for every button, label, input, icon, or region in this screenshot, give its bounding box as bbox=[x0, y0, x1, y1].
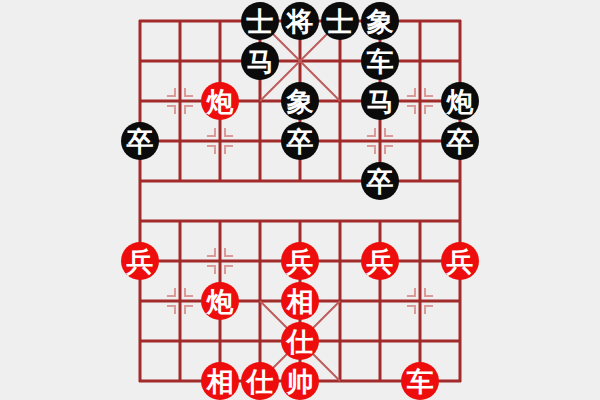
red-advisor[interactable]: 仕 bbox=[281, 322, 319, 360]
point-marker bbox=[407, 288, 415, 296]
red-king[interactable]: 帅 bbox=[281, 362, 319, 400]
red-elephant[interactable]: 相 bbox=[201, 362, 239, 400]
black-soldier[interactable]: 卒 bbox=[361, 162, 399, 200]
point-marker bbox=[207, 248, 215, 256]
point-marker bbox=[367, 128, 375, 136]
point-marker bbox=[425, 88, 433, 96]
red-cannon[interactable]: 炮 bbox=[201, 282, 239, 320]
red-chariot[interactable]: 车 bbox=[401, 362, 439, 400]
red-soldier[interactable]: 兵 bbox=[441, 242, 479, 280]
black-elephant[interactable]: 象 bbox=[361, 2, 399, 40]
point-marker bbox=[207, 128, 215, 136]
black-elephant[interactable]: 象 bbox=[281, 82, 319, 120]
red-elephant[interactable]: 相 bbox=[281, 282, 319, 320]
black-king[interactable]: 将 bbox=[281, 2, 319, 40]
black-advisor[interactable]: 士 bbox=[241, 2, 279, 40]
point-marker bbox=[167, 288, 175, 296]
point-marker bbox=[185, 106, 193, 114]
black-chariot[interactable]: 车 bbox=[361, 42, 399, 80]
point-marker bbox=[367, 146, 375, 154]
point-marker bbox=[207, 146, 215, 154]
board[interactable]: 士将士象马车炮象马炮卒卒卒卒兵兵兵兵炮相仕相仕帅车 bbox=[140, 21, 460, 381]
xiangqi-app: 士将士象马车炮象马炮卒卒卒卒兵兵兵兵炮相仕相仕帅车 bbox=[0, 0, 600, 400]
black-soldier[interactable]: 卒 bbox=[121, 122, 159, 160]
black-soldier[interactable]: 卒 bbox=[281, 122, 319, 160]
point-marker bbox=[185, 306, 193, 314]
point-marker bbox=[225, 266, 233, 274]
point-marker bbox=[167, 88, 175, 96]
point-marker bbox=[167, 106, 175, 114]
point-marker bbox=[385, 128, 393, 136]
point-marker bbox=[385, 146, 393, 154]
red-cannon[interactable]: 炮 bbox=[201, 82, 239, 120]
point-marker bbox=[407, 306, 415, 314]
black-soldier[interactable]: 卒 bbox=[441, 122, 479, 160]
point-marker bbox=[185, 288, 193, 296]
point-marker bbox=[425, 306, 433, 314]
point-marker bbox=[167, 306, 175, 314]
point-marker bbox=[425, 106, 433, 114]
red-soldier[interactable]: 兵 bbox=[281, 242, 319, 280]
black-advisor[interactable]: 士 bbox=[321, 2, 359, 40]
point-marker bbox=[425, 288, 433, 296]
point-marker bbox=[407, 106, 415, 114]
red-soldier[interactable]: 兵 bbox=[361, 242, 399, 280]
red-advisor[interactable]: 仕 bbox=[241, 362, 279, 400]
black-horse[interactable]: 马 bbox=[361, 82, 399, 120]
black-horse[interactable]: 马 bbox=[241, 42, 279, 80]
point-marker bbox=[225, 146, 233, 154]
point-marker bbox=[407, 88, 415, 96]
point-marker bbox=[207, 266, 215, 274]
point-marker bbox=[185, 88, 193, 96]
black-cannon[interactable]: 炮 bbox=[441, 82, 479, 120]
point-marker bbox=[225, 248, 233, 256]
point-marker bbox=[225, 128, 233, 136]
red-soldier[interactable]: 兵 bbox=[121, 242, 159, 280]
